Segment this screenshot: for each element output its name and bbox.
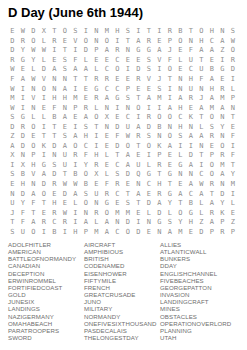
grid-cell-r16c2: B: [18, 170, 29, 180]
grid-cell-r2c22: W: [228, 37, 239, 47]
grid-cell-r3c18: F: [186, 46, 197, 56]
grid-cell-r18c19: A: [196, 189, 207, 199]
grid-cell-r2c20: C: [207, 37, 218, 47]
word-list-item: ENGLISHCHANNEL: [160, 270, 231, 277]
grid-cell-r22c1: S: [7, 227, 18, 237]
grid-cell-r4c11: C: [112, 56, 123, 66]
grid-cell-r15c1: I: [7, 161, 18, 171]
grid-cell-r1c6: O: [60, 27, 71, 37]
grid-cell-r2c7: V: [70, 37, 81, 47]
grid-cell-r20c2: F: [18, 208, 29, 218]
grid-cell-r18c6: D: [60, 189, 71, 199]
grid-cell-r14c10: L: [102, 151, 113, 161]
grid-cell-r6c12: E: [123, 75, 134, 85]
grid-cell-r4c14: S: [144, 56, 155, 66]
grid-cell-r17c1: E: [7, 180, 18, 190]
grid-cell-r13c8: C: [81, 142, 92, 152]
grid-cell-r15c21: M: [217, 161, 228, 171]
grid-cell-r8c8: E: [81, 94, 92, 104]
grid-cell-r9c2: I: [18, 103, 29, 113]
grid-cell-r7c1: W: [7, 84, 18, 94]
grid-cell-r20c22: E: [228, 208, 239, 218]
grid-cell-r22c10: A: [102, 227, 113, 237]
grid-cell-r7c5: N: [49, 84, 60, 94]
grid-cell-r7c14: E: [144, 84, 155, 94]
grid-cell-r11c10: N: [102, 122, 113, 132]
grid-cell-r13c12: O: [123, 142, 134, 152]
grid-cell-r10c11: E: [112, 113, 123, 123]
grid-cell-r10c5: B: [49, 113, 60, 123]
grid-cell-r13c5: D: [49, 142, 60, 152]
grid-cell-r20c6: W: [60, 208, 71, 218]
word-list-column-2: AIRCRAFTAMPHIBIOUSBRITISHCODENAMEDEISENH…: [84, 241, 157, 341]
grid-cell-r12c16: O: [165, 132, 176, 142]
grid-cell-r20c7: I: [70, 208, 81, 218]
grid-cell-r4c12: E: [123, 56, 134, 66]
grid-cell-r8c12: S: [123, 94, 134, 104]
grid-cell-r1c21: N: [217, 27, 228, 37]
grid-cell-r12c9: I: [91, 132, 102, 142]
grid-cell-r5c3: L: [28, 65, 39, 75]
grid-cell-r21c20: A: [207, 218, 218, 228]
grid-cell-r20c1: J: [7, 208, 18, 218]
grid-cell-r3c4: W: [39, 46, 50, 56]
word-list-item: DECEPTION: [8, 270, 76, 277]
grid-cell-r22c15: N: [154, 227, 165, 237]
grid-cell-r22c17: M: [175, 227, 186, 237]
grid-cell-r14c12: A: [123, 151, 134, 161]
grid-cell-r2c8: O: [81, 37, 92, 47]
grid-cell-r4c9: E: [91, 56, 102, 66]
word-list-item: ALLIES: [160, 241, 231, 248]
grid-cell-r15c20: O: [207, 161, 218, 171]
grid-cell-r7c20: H: [207, 84, 218, 94]
grid-cell-r2c19: H: [196, 37, 207, 47]
word-list-item: AIRCRAFT: [84, 241, 157, 248]
grid-cell-r5c14: S: [144, 65, 155, 75]
grid-cell-r15c12: A: [123, 161, 134, 171]
grid-cell-r13c3: O: [28, 142, 39, 152]
grid-cell-r13c6: A: [60, 142, 71, 152]
word-list-item: OMAHABEACH: [8, 320, 76, 327]
grid-cell-r20c11: M: [112, 208, 123, 218]
grid-cell-r2c14: R: [144, 37, 155, 47]
grid-cell-r3c1: D: [7, 46, 18, 56]
grid-cell-r6c22: I: [228, 75, 239, 85]
grid-cell-r21c13: I: [133, 218, 144, 228]
grid-cell-r20c9: R: [91, 208, 102, 218]
page-title: D Day (June 6th 1944): [8, 5, 143, 20]
grid-cell-r2c6: E: [60, 37, 71, 47]
grid-cell-r4c2: G: [18, 56, 29, 66]
grid-cell-r20c5: R: [49, 208, 60, 218]
grid-cell-r3c15: A: [154, 46, 165, 56]
grid-cell-r19c16: Y: [165, 199, 176, 209]
grid-cell-r11c3: O: [28, 122, 39, 132]
grid-cell-r2c21: A: [217, 37, 228, 47]
grid-cell-r21c15: G: [154, 218, 165, 228]
grid-cell-r12c1: Z: [7, 132, 18, 142]
grid-cell-r19c1: U: [7, 199, 18, 209]
grid-cell-r6c2: A: [18, 75, 29, 85]
grid-cell-r22c20: P: [207, 227, 218, 237]
grid-cell-r3c14: G: [144, 46, 155, 56]
grid-cell-r4c21: I: [217, 56, 228, 66]
grid-cell-r21c21: P: [217, 218, 228, 228]
word-list-item: PLANNING: [160, 327, 231, 334]
grid-cell-r8c19: J: [196, 94, 207, 104]
grid-cell-r12c4: T: [39, 132, 50, 142]
grid-cell-r9c15: I: [154, 103, 165, 113]
grid-cell-r10c3: L: [28, 113, 39, 123]
grid-cell-r3c11: R: [112, 46, 123, 56]
grid-cell-r6c13: R: [133, 75, 144, 85]
word-list-item: MILITARY: [84, 305, 157, 312]
grid-cell-r21c22: Z: [228, 218, 239, 228]
grid-cell-r10c12: C: [123, 113, 134, 123]
grid-cell-r22c18: E: [186, 227, 197, 237]
word-list-item: FIVEBEACHES: [160, 277, 231, 284]
grid-cell-r21c17: Y: [175, 218, 186, 228]
grid-cell-r5c15: I: [154, 65, 165, 75]
grid-cell-r17c21: N: [217, 180, 228, 190]
grid-cell-r16c21: A: [217, 170, 228, 180]
grid-cell-r17c13: N: [133, 180, 144, 190]
grid-cell-r6c14: V: [144, 75, 155, 85]
grid-cell-r7c4: O: [39, 84, 50, 94]
grid-cell-r9c7: P: [70, 103, 81, 113]
grid-cell-r8c5: H: [49, 94, 60, 104]
grid-cell-r7c19: N: [196, 84, 207, 94]
word-search-page: D Day (June 6th 1944) EWDXTOSINMHSITIRBT…: [0, 0, 247, 350]
grid-cell-r18c22: I: [228, 189, 239, 199]
grid-cell-r7c9: G: [91, 84, 102, 94]
grid-cell-r15c15: R: [154, 161, 165, 171]
grid-cell-r11c20: S: [207, 122, 218, 132]
grid-cell-r3c7: I: [70, 46, 81, 56]
grid-cell-r17c5: R: [49, 180, 60, 190]
grid-cell-r7c2: I: [18, 84, 29, 94]
grid-cell-r22c9: M: [91, 227, 102, 237]
grid-cell-r6c3: W: [28, 75, 39, 85]
grid-cell-r7c16: I: [165, 84, 176, 94]
grid-cell-r10c8: A: [81, 113, 92, 123]
grid-cell-r9c19: A: [196, 103, 207, 113]
grid-cell-r10c2: G: [18, 113, 29, 123]
grid-cell-r2c15: E: [154, 37, 165, 47]
word-list-item: BATTLEOFNORMANDY: [8, 255, 76, 262]
word-list-item: UTAH: [160, 334, 231, 341]
grid-cell-r11c4: I: [39, 122, 50, 132]
grid-cell-r18c9: U: [91, 189, 102, 199]
grid-cell-r15c10: E: [102, 161, 113, 171]
grid-cell-r19c15: A: [154, 199, 165, 209]
grid-cell-r16c14: G: [144, 170, 155, 180]
grid-cell-r10c4: L: [39, 113, 50, 123]
grid-cell-r3c8: D: [81, 46, 92, 56]
grid-cell-r5c9: L: [91, 65, 102, 75]
word-search-grid: EWDXTOSINMHSITIRBTOHNSDROLREVONOITAREPON…: [7, 27, 238, 237]
grid-cell-r17c2: H: [18, 180, 29, 190]
grid-cell-r4c3: Y: [28, 56, 39, 66]
grid-cell-r21c9: L: [91, 218, 102, 228]
grid-cell-r19c19: L: [196, 199, 207, 209]
word-list-item: JUNESIX: [8, 298, 76, 305]
grid-cell-r1c11: H: [112, 27, 123, 37]
grid-cell-r18c5: E: [49, 189, 60, 199]
grid-cell-r2c9: N: [91, 37, 102, 47]
grid-cell-r4c1: R: [7, 56, 18, 66]
grid-cell-r16c6: T: [60, 170, 71, 180]
grid-cell-r15c9: R: [91, 161, 102, 171]
grid-cell-r20c13: E: [133, 208, 144, 218]
grid-cell-r6c11: E: [112, 75, 123, 85]
grid-cell-r10c19: T: [196, 113, 207, 123]
grid-cell-r8c9: R: [91, 94, 102, 104]
grid-cell-r12c15: N: [154, 132, 165, 142]
grid-cell-r13c19: N: [196, 142, 207, 152]
grid-cell-r1c22: S: [228, 27, 239, 37]
grid-cell-r7c10: C: [102, 84, 113, 94]
grid-cell-r16c17: N: [175, 170, 186, 180]
grid-cell-r3c16: J: [165, 46, 176, 56]
word-list-item: MINES: [160, 305, 231, 312]
grid-cell-r5c16: O: [165, 65, 176, 75]
grid-cell-r10c13: I: [133, 113, 144, 123]
grid-cell-r20c3: T: [28, 208, 39, 218]
grid-cell-r3c17: E: [175, 46, 186, 56]
grid-cell-r20c4: E: [39, 208, 50, 218]
grid-cell-r8c2: I: [18, 94, 29, 104]
grid-cell-r20c16: L: [165, 208, 176, 218]
grid-cell-r12c14: S: [144, 132, 155, 142]
grid-cell-r11c8: S: [81, 122, 92, 132]
grid-cell-r15c3: H: [28, 161, 39, 171]
grid-cell-r3c2: Y: [18, 46, 29, 56]
grid-cell-r14c13: E: [133, 151, 144, 161]
grid-cell-r15c5: S: [49, 161, 60, 171]
grid-cell-r7c21: R: [217, 84, 228, 94]
grid-cell-r2c4: L: [39, 37, 50, 47]
grid-cell-r8c16: I: [165, 94, 176, 104]
grid-cell-r12c17: S: [175, 132, 186, 142]
grid-cell-r14c4: I: [39, 151, 50, 161]
grid-cell-r17c22: M: [228, 180, 239, 190]
grid-cell-r18c1: N: [7, 189, 18, 199]
grid-cell-r2c13: A: [133, 37, 144, 47]
grid-cell-r13c4: K: [39, 142, 50, 152]
grid-cell-r10c14: R: [144, 113, 155, 123]
grid-cell-r18c10: R: [102, 189, 113, 199]
grid-cell-r19c17: T: [175, 199, 186, 209]
grid-cell-r16c1: S: [7, 170, 18, 180]
grid-cell-r12c6: S: [60, 132, 71, 142]
grid-cell-r2c2: R: [18, 37, 29, 47]
word-list-item: OPERATIONOVERLORD: [160, 320, 231, 327]
grid-cell-r18c13: A: [133, 189, 144, 199]
grid-cell-r14c3: P: [28, 151, 39, 161]
grid-cell-r6c20: A: [207, 75, 218, 85]
grid-cell-r20c14: L: [144, 208, 155, 218]
grid-cell-r15c4: G: [39, 161, 50, 171]
grid-cell-r3c12: N: [123, 46, 134, 56]
grid-cell-r6c4: V: [39, 75, 50, 85]
word-list-item: INVASION: [160, 291, 231, 298]
grid-cell-r12c20: R: [207, 132, 218, 142]
grid-cell-r19c22: L: [228, 199, 239, 209]
grid-cell-r4c4: L: [39, 56, 50, 66]
grid-cell-r19c20: A: [207, 199, 218, 209]
grid-cell-r6c7: T: [70, 75, 81, 85]
grid-cell-r8c18: R: [186, 94, 197, 104]
grid-cell-r16c4: A: [39, 170, 50, 180]
grid-cell-r20c8: N: [81, 208, 92, 218]
grid-cell-r1c12: S: [123, 27, 134, 37]
grid-cell-r13c21: O: [217, 142, 228, 152]
grid-cell-r7c15: S: [154, 84, 165, 94]
grid-cell-r8c21: M: [217, 94, 228, 104]
grid-cell-r19c8: O: [81, 199, 92, 209]
grid-cell-r12c22: F: [228, 132, 239, 142]
grid-cell-r5c18: C: [186, 65, 197, 75]
grid-cell-r14c16: E: [165, 151, 176, 161]
grid-cell-r8c17: A: [175, 94, 186, 104]
grid-cell-r22c22: P: [228, 227, 239, 237]
grid-cell-r16c19: C: [196, 170, 207, 180]
grid-cell-r11c12: U: [123, 122, 134, 132]
grid-cell-r5c12: I: [123, 65, 134, 75]
grid-cell-r21c3: A: [28, 218, 39, 228]
grid-cell-r5c5: A: [49, 65, 60, 75]
grid-cell-r2c5: R: [49, 37, 60, 47]
word-list-item: GREATCRUSADE: [84, 291, 157, 298]
grid-cell-r3c22: O: [228, 46, 239, 56]
grid-cell-r21c1: T: [7, 218, 18, 228]
grid-cell-r19c12: S: [123, 199, 134, 209]
grid-cell-r14c8: F: [81, 151, 92, 161]
grid-cell-r14c15: P: [154, 151, 165, 161]
grid-cell-r11c22: E: [228, 122, 239, 132]
grid-cell-r21c5: C: [49, 218, 60, 228]
grid-cell-r1c20: H: [207, 27, 218, 37]
grid-cell-r21c10: A: [102, 218, 113, 228]
grid-cell-r21c12: D: [123, 218, 134, 228]
grid-cell-r20c17: O: [175, 208, 186, 218]
grid-cell-r19c2: Y: [18, 199, 29, 209]
grid-cell-r4c8: L: [81, 56, 92, 66]
grid-cell-r4c13: E: [133, 56, 144, 66]
grid-cell-r18c4: O: [39, 189, 50, 199]
grid-cell-r17c20: R: [207, 180, 218, 190]
grid-cell-r10c6: A: [60, 113, 71, 123]
grid-cell-r11c1: D: [7, 122, 18, 132]
word-list-item: ADOLFHITLER: [8, 241, 76, 248]
grid-cell-r22c6: I: [60, 227, 71, 237]
grid-cell-r5c4: D: [39, 65, 50, 75]
grid-cell-r15c22: T: [228, 161, 239, 171]
grid-cell-r1c15: I: [154, 27, 165, 37]
grid-cell-r14c22: F: [228, 151, 239, 161]
word-list-item: BUNKERS: [160, 255, 231, 262]
grid-cell-r19c21: Y: [217, 199, 228, 209]
grid-cell-r13c14: O: [144, 142, 155, 152]
grid-cell-r9c8: R: [81, 103, 92, 113]
grid-cell-r14c11: T: [112, 151, 123, 161]
grid-cell-r22c5: B: [49, 227, 60, 237]
grid-cell-r2c11: I: [112, 37, 123, 47]
grid-cell-r20c18: G: [186, 208, 197, 218]
grid-cell-r9c13: O: [133, 103, 144, 113]
grid-cell-r19c14: D: [144, 199, 155, 209]
grid-cell-r15c16: E: [165, 161, 176, 171]
grid-cell-r20c21: K: [217, 208, 228, 218]
grid-cell-r10c10: X: [102, 113, 113, 123]
grid-cell-r18c14: E: [144, 189, 155, 199]
grid-cell-r4c15: V: [154, 56, 165, 66]
grid-cell-r8c11: G: [112, 94, 123, 104]
grid-cell-r16c12: D: [123, 170, 134, 180]
grid-cell-r5c8: A: [81, 65, 92, 75]
grid-cell-r17c12: E: [123, 180, 134, 190]
grid-cell-r14c2: N: [18, 151, 29, 161]
grid-cell-r12c19: A: [196, 132, 207, 142]
grid-cell-r14c5: N: [49, 151, 60, 161]
grid-cell-r8c7: M: [70, 94, 81, 104]
grid-cell-r2c10: O: [102, 37, 113, 47]
grid-cell-r11c7: I: [70, 122, 81, 132]
grid-cell-r22c12: O: [123, 227, 134, 237]
word-list-item: THELONGESTDAY: [84, 334, 157, 341]
grid-cell-r10c9: O: [91, 113, 102, 123]
grid-cell-r4c22: R: [228, 56, 239, 66]
grid-cell-r9c22: N: [228, 103, 239, 113]
grid-cell-r5c7: A: [70, 65, 81, 75]
grid-cell-r11c5: T: [49, 122, 60, 132]
grid-cell-r6c6: N: [60, 75, 71, 85]
grid-cell-r1c13: I: [133, 27, 144, 37]
grid-cell-r14c1: X: [7, 151, 18, 161]
grid-cell-r16c8: O: [81, 170, 92, 180]
grid-cell-r7c7: I: [70, 84, 81, 94]
grid-cell-r13c15: K: [154, 142, 165, 152]
grid-cell-r3c5: I: [49, 46, 60, 56]
grid-cell-r4c16: F: [165, 56, 176, 66]
grid-cell-r16c5: D: [49, 170, 60, 180]
grid-cell-r11c13: A: [133, 122, 144, 132]
grid-cell-r20c10: O: [102, 208, 113, 218]
grid-cell-r8c1: M: [7, 94, 18, 104]
grid-cell-r7c13: E: [133, 84, 144, 94]
grid-cell-r14c14: I: [144, 151, 155, 161]
grid-cell-r16c7: B: [70, 170, 81, 180]
word-list-column-1: ADOLFHITLERAMERICANBATTLEOFNORMANDYCANAD…: [8, 241, 76, 341]
grid-cell-r8c4: I: [39, 94, 50, 104]
grid-cell-r17c17: E: [175, 180, 186, 190]
grid-cell-r12c10: E: [102, 132, 113, 142]
grid-cell-r4c5: E: [49, 56, 60, 66]
grid-cell-r5c20: B: [207, 65, 218, 75]
grid-cell-r10c21: N: [217, 113, 228, 123]
grid-cell-r13c9: I: [91, 142, 102, 152]
grid-cell-r18c16: G: [165, 189, 176, 199]
word-list-item: DDAY: [160, 262, 231, 269]
grid-cell-r18c11: C: [112, 189, 123, 199]
grid-cell-r11c11: D: [112, 122, 123, 132]
grid-cell-r18c18: C: [186, 189, 197, 199]
grid-cell-r19c7: L: [70, 199, 81, 209]
grid-cell-r5c1: W: [7, 65, 18, 75]
word-list-item: FORTIFIEDCOAST: [8, 284, 76, 291]
